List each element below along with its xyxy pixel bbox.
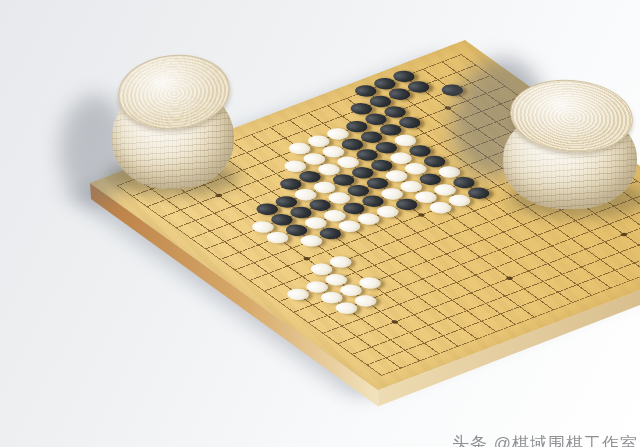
star-point (443, 106, 452, 111)
star-point (416, 213, 425, 218)
star-point (390, 320, 399, 325)
stone-bowl-left[interactable] (112, 55, 234, 189)
star-point (619, 232, 628, 237)
watermark-text: 头条 @棋域围棋工作室 (452, 432, 638, 447)
star-point (214, 193, 223, 198)
scene-background: 头条 @棋域围棋工作室 (0, 0, 640, 447)
star-point (302, 256, 311, 261)
star-point (504, 276, 513, 281)
stone-bowl-right[interactable] (503, 80, 637, 209)
